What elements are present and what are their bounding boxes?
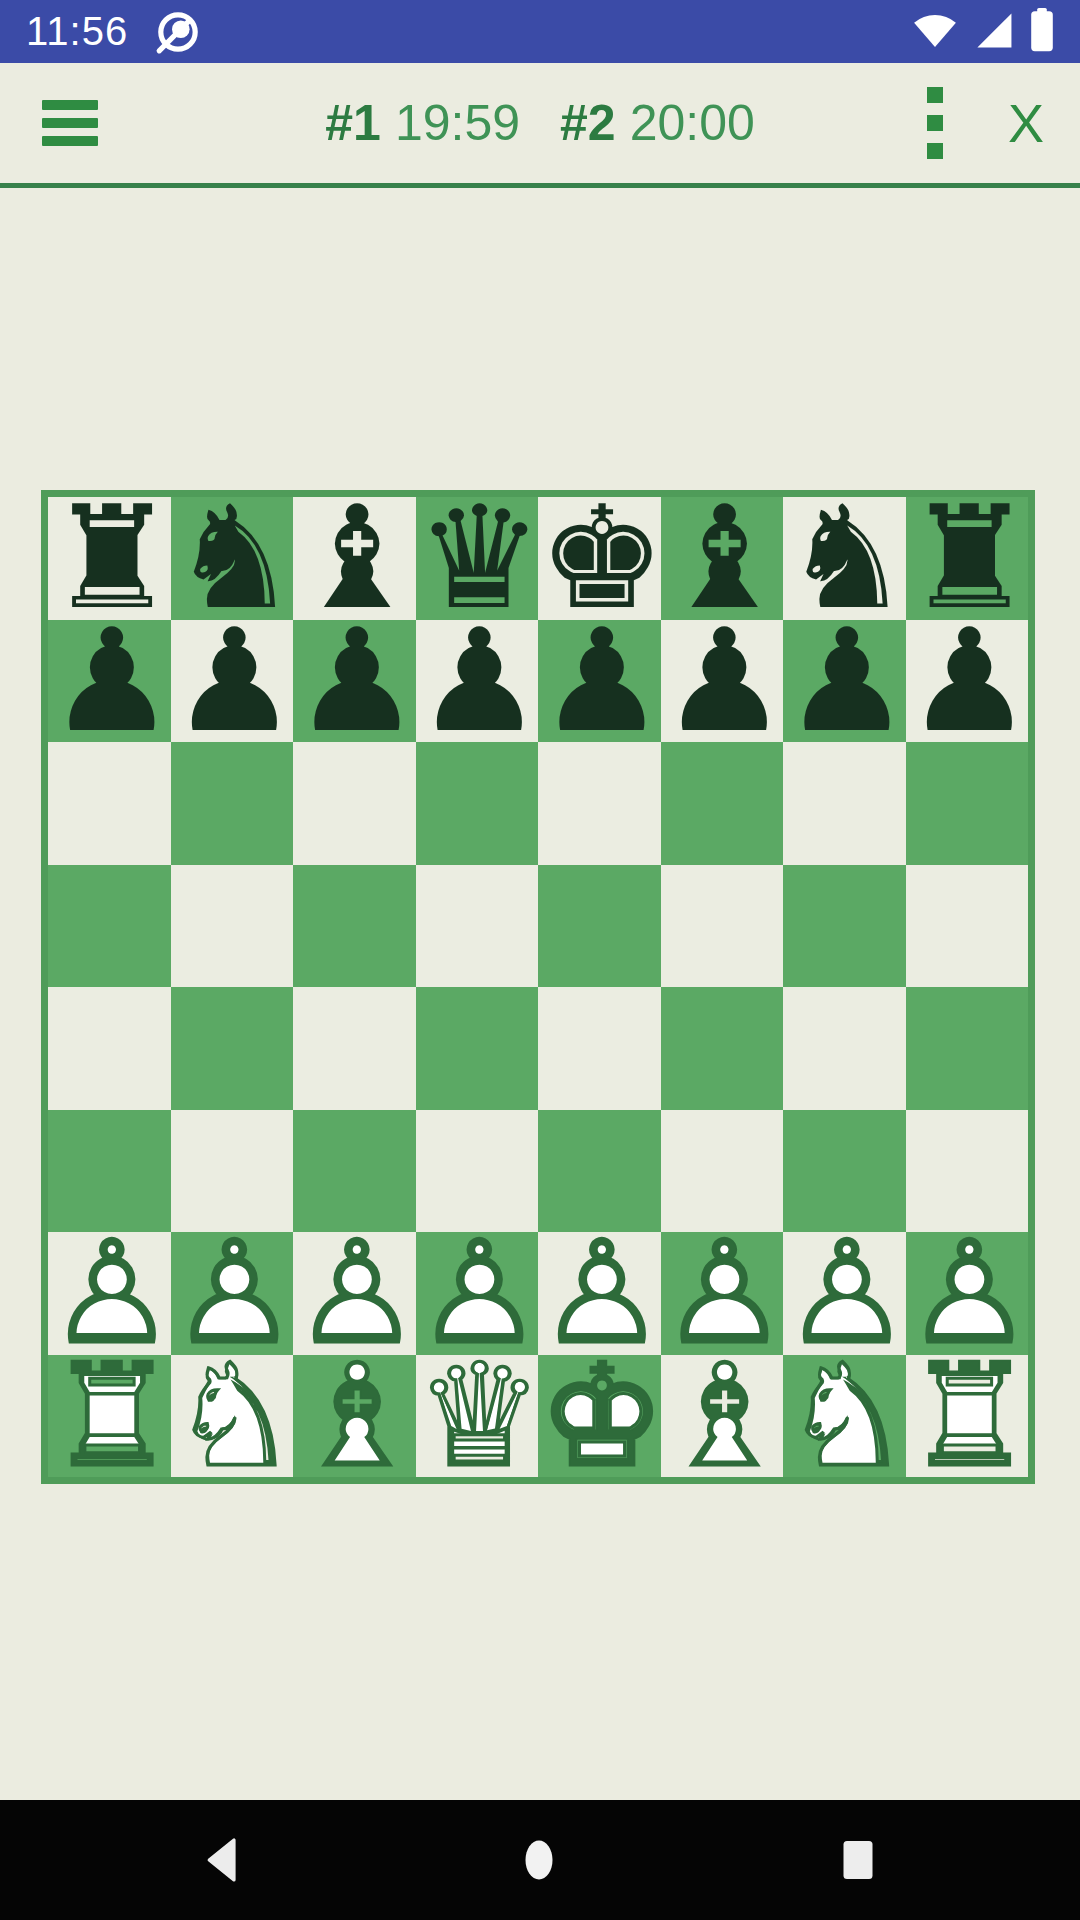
app-toolbar: #119:59 #220:00 X	[0, 63, 1080, 188]
square-e6[interactable]	[538, 742, 661, 865]
square-d6[interactable]	[416, 742, 539, 865]
square-b6[interactable]	[171, 742, 294, 865]
white-rook[interactable]: ♜♖	[906, 1355, 1028, 1477]
square-h4[interactable]	[906, 987, 1029, 1110]
cell-signal-icon	[974, 11, 1014, 53]
square-d4[interactable]	[416, 987, 539, 1110]
white-bishop[interactable]: ♝♗	[661, 1355, 783, 1477]
square-b5[interactable]	[171, 865, 294, 988]
square-b7[interactable]: ♟	[171, 620, 294, 743]
square-g7[interactable]: ♟	[783, 620, 906, 743]
clock1-time[interactable]: 19:59	[395, 94, 520, 152]
status-time: 11:56	[26, 0, 128, 63]
white-knight[interactable]: ♞♘	[171, 1355, 293, 1477]
square-h6[interactable]	[906, 742, 1029, 865]
black-pawn[interactable]: ♟	[416, 620, 538, 742]
square-b4[interactable]	[171, 987, 294, 1110]
square-d5[interactable]	[416, 865, 539, 988]
square-c7[interactable]: ♟	[293, 620, 416, 743]
square-b1[interactable]: ♞♘	[171, 1355, 294, 1478]
square-g5[interactable]	[783, 865, 906, 988]
status-right-icons	[912, 8, 1054, 56]
menu-icon[interactable]	[42, 100, 98, 146]
square-c5[interactable]	[293, 865, 416, 988]
recents-button[interactable]	[836, 1833, 880, 1887]
square-h7[interactable]: ♟	[906, 620, 1029, 743]
white-bishop[interactable]: ♝♗	[293, 1355, 415, 1477]
square-d7[interactable]: ♟	[416, 620, 539, 743]
status-bar: 11:56	[0, 0, 1080, 63]
square-e5[interactable]	[538, 865, 661, 988]
square-a5[interactable]	[48, 865, 171, 988]
white-king[interactable]: ♚♔	[538, 1355, 660, 1477]
square-c6[interactable]	[293, 742, 416, 865]
black-pawn[interactable]: ♟	[538, 620, 660, 742]
wifi-icon	[912, 11, 958, 53]
black-pawn[interactable]: ♟	[783, 620, 905, 742]
square-e4[interactable]	[538, 987, 661, 1110]
square-c4[interactable]	[293, 987, 416, 1110]
square-f7[interactable]: ♟	[661, 620, 784, 743]
black-pawn[interactable]: ♟	[293, 620, 415, 742]
battery-icon	[1030, 8, 1054, 56]
game-clocks: #119:59 #220:00	[325, 94, 755, 152]
white-queen[interactable]: ♛♕	[416, 1355, 538, 1477]
overflow-menu-icon[interactable]	[926, 87, 944, 159]
square-d1[interactable]: ♛♕	[416, 1355, 539, 1478]
square-h1[interactable]: ♜♖	[906, 1355, 1029, 1478]
close-button[interactable]: X	[998, 96, 1054, 150]
square-g1[interactable]: ♞♘	[783, 1355, 906, 1478]
square-f6[interactable]	[661, 742, 784, 865]
home-button[interactable]	[518, 1832, 560, 1888]
black-pawn[interactable]: ♟	[48, 620, 170, 742]
square-c1[interactable]: ♝♗	[293, 1355, 416, 1478]
clock2-time[interactable]: 20:00	[630, 94, 755, 152]
chess-board[interactable]: ♜♞♝♛♚♝♞♜♟♟♟♟♟♟♟♟♟♙♟♙♟♙♟♙♟♙♟♙♟♙♟♙♜♖♞♘♝♗♛♕…	[41, 490, 1035, 1484]
square-f1[interactable]: ♝♗	[661, 1355, 784, 1478]
clock2-label[interactable]: #2	[560, 94, 616, 152]
square-f4[interactable]	[661, 987, 784, 1110]
square-a1[interactable]: ♜♖	[48, 1355, 171, 1478]
square-e7[interactable]: ♟	[538, 620, 661, 743]
square-h5[interactable]	[906, 865, 1029, 988]
square-g4[interactable]	[783, 987, 906, 1110]
back-button[interactable]	[198, 1830, 244, 1890]
square-a4[interactable]	[48, 987, 171, 1110]
black-pawn[interactable]: ♟	[171, 620, 293, 742]
black-pawn[interactable]: ♟	[906, 620, 1028, 742]
clock1-label[interactable]: #1	[325, 94, 381, 152]
square-g6[interactable]	[783, 742, 906, 865]
square-a6[interactable]	[48, 742, 171, 865]
square-e1[interactable]: ♚♔	[538, 1355, 661, 1478]
black-pawn[interactable]: ♟	[661, 620, 783, 742]
square-f5[interactable]	[661, 865, 784, 988]
q-logo-icon	[154, 8, 202, 56]
white-knight[interactable]: ♞♘	[783, 1355, 905, 1477]
android-nav-bar	[0, 1800, 1080, 1920]
square-a7[interactable]: ♟	[48, 620, 171, 743]
white-rook[interactable]: ♜♖	[48, 1355, 170, 1477]
app-screen: 11:56	[0, 0, 1080, 1920]
